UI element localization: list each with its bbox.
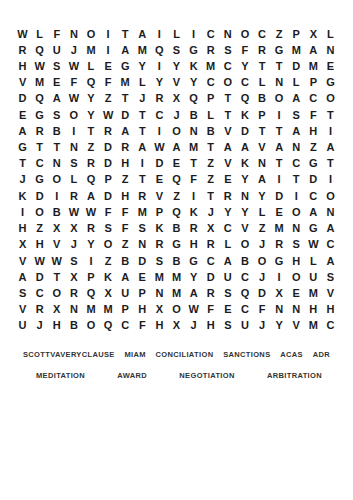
grid-cell[interactable]: M (100, 302, 117, 318)
grid-cell[interactable]: G (14, 139, 31, 155)
grid-cell[interactable]: I (100, 26, 117, 42)
grid-cell[interactable]: S (14, 285, 31, 301)
grid-cell[interactable]: T (271, 58, 288, 74)
grid-cell[interactable]: D (134, 253, 151, 269)
grid-cell[interactable]: L (82, 58, 99, 74)
grid-cell[interactable]: Q (31, 91, 48, 107)
grid-cell[interactable]: F (185, 172, 202, 188)
grid-cell[interactable]: Q (82, 172, 99, 188)
grid-cell[interactable]: J (65, 237, 82, 253)
grid-cell[interactable]: S (65, 253, 82, 269)
grid-cell[interactable]: Q (82, 75, 99, 91)
grid-cell[interactable]: N (236, 188, 253, 204)
grid-cell[interactable]: M (185, 139, 202, 155)
grid-cell[interactable]: X (168, 318, 185, 334)
grid-cell[interactable]: Y (271, 318, 288, 334)
grid-cell[interactable]: A (322, 221, 339, 237)
grid-cell[interactable]: A (236, 139, 253, 155)
grid-cell[interactable]: A (168, 139, 185, 155)
grid-cell[interactable]: M (305, 58, 322, 74)
grid-cell[interactable]: J (202, 204, 219, 220)
grid-cell[interactable]: I (322, 172, 339, 188)
grid-cell[interactable]: T (202, 139, 219, 155)
grid-cell[interactable]: N (65, 302, 82, 318)
grid-cell[interactable]: N (151, 285, 168, 301)
grid-cell[interactable]: N (271, 302, 288, 318)
grid-cell[interactable]: Y (236, 172, 253, 188)
grid-cell[interactable]: Q (185, 91, 202, 107)
grid-cell[interactable]: E (134, 269, 151, 285)
grid-cell[interactable]: T (271, 156, 288, 172)
grid-cell[interactable]: E (168, 156, 185, 172)
grid-cell[interactable]: M (305, 318, 322, 334)
grid-cell[interactable]: L (253, 75, 270, 91)
grid-cell[interactable]: Z (202, 172, 219, 188)
grid-cell[interactable]: I (134, 156, 151, 172)
grid-cell[interactable]: Q (168, 204, 185, 220)
grid-cell[interactable]: T (117, 26, 134, 42)
grid-cell[interactable]: W (31, 253, 48, 269)
grid-cell[interactable]: T (253, 58, 270, 74)
grid-cell[interactable]: O (48, 172, 65, 188)
grid-cell[interactable]: P (134, 285, 151, 301)
grid-cell[interactable]: M (31, 75, 48, 91)
grid-cell[interactable]: H (322, 302, 339, 318)
grid-cell[interactable]: C (236, 269, 253, 285)
grid-cell[interactable]: J (253, 318, 270, 334)
grid-cell[interactable]: O (271, 91, 288, 107)
grid-cell[interactable]: N (134, 237, 151, 253)
grid-cell[interactable]: N (65, 139, 82, 155)
grid-cell[interactable]: L (219, 237, 236, 253)
grid-cell[interactable]: P (253, 107, 270, 123)
grid-cell[interactable]: H (14, 58, 31, 74)
grid-cell[interactable]: A (305, 204, 322, 220)
grid-cell[interactable]: J (168, 107, 185, 123)
grid-cell[interactable]: O (48, 285, 65, 301)
grid-cell[interactable]: I (100, 42, 117, 58)
grid-cell[interactable]: A (14, 269, 31, 285)
grid-cell[interactable]: S (151, 253, 168, 269)
grid-cell[interactable]: C (151, 107, 168, 123)
grid-cell[interactable]: T (202, 188, 219, 204)
grid-cell[interactable]: S (100, 221, 117, 237)
grid-cell[interactable]: N (219, 26, 236, 42)
grid-cell[interactable]: I (65, 123, 82, 139)
grid-cell[interactable]: K (185, 204, 202, 220)
grid-cell[interactable]: S (65, 156, 82, 172)
grid-cell[interactable]: Z (117, 237, 134, 253)
grid-cell[interactable]: L (134, 75, 151, 91)
grid-cell[interactable]: Z (100, 253, 117, 269)
grid-cell[interactable]: G (305, 156, 322, 172)
grid-cell[interactable]: I (14, 204, 31, 220)
grid-cell[interactable]: L (202, 107, 219, 123)
grid-cell[interactable]: A (288, 91, 305, 107)
grid-cell[interactable]: A (185, 285, 202, 301)
grid-cell[interactable]: L (288, 75, 305, 91)
grid-cell[interactable]: K (14, 188, 31, 204)
grid-cell[interactable]: O (288, 269, 305, 285)
grid-cell[interactable]: D (202, 269, 219, 285)
grid-cell[interactable]: A (82, 188, 99, 204)
grid-cell[interactable]: Y (168, 58, 185, 74)
grid-cell[interactable]: R (134, 188, 151, 204)
grid-cell[interactable]: A (117, 269, 134, 285)
grid-cell[interactable]: S (134, 221, 151, 237)
grid-cell[interactable]: H (202, 318, 219, 334)
grid-cell[interactable]: S (219, 42, 236, 58)
grid-cell[interactable]: H (14, 221, 31, 237)
grid-cell[interactable]: B (253, 91, 270, 107)
grid-cell[interactable]: K (185, 58, 202, 74)
grid-cell[interactable]: Z (253, 221, 270, 237)
grid-cell[interactable]: K (151, 221, 168, 237)
grid-cell[interactable]: T (253, 123, 270, 139)
grid-cell[interactable]: Y (253, 188, 270, 204)
grid-cell[interactable]: F (202, 302, 219, 318)
grid-cell[interactable]: C (117, 318, 134, 334)
grid-cell[interactable]: I (151, 123, 168, 139)
grid-cell[interactable]: B (48, 123, 65, 139)
grid-cell[interactable]: T (322, 156, 339, 172)
grid-cell[interactable]: E (219, 172, 236, 188)
grid-cell[interactable]: N (288, 221, 305, 237)
grid-cell[interactable]: L (65, 172, 82, 188)
grid-cell[interactable]: H (185, 237, 202, 253)
grid-cell[interactable]: R (31, 123, 48, 139)
grid-cell[interactable]: M (151, 269, 168, 285)
grid-cell[interactable]: J (65, 42, 82, 58)
grid-cell[interactable]: X (305, 26, 322, 42)
grid-cell[interactable]: G (185, 253, 202, 269)
grid-cell[interactable]: A (322, 253, 339, 269)
grid-cell[interactable]: E (288, 285, 305, 301)
grid-cell[interactable]: O (288, 204, 305, 220)
grid-cell[interactable]: R (202, 237, 219, 253)
grid-cell[interactable]: O (168, 302, 185, 318)
grid-cell[interactable]: M (134, 42, 151, 58)
grid-cell[interactable]: B (117, 253, 134, 269)
grid-cell[interactable]: I (151, 58, 168, 74)
grid-cell[interactable]: O (31, 204, 48, 220)
grid-cell[interactable]: C (202, 253, 219, 269)
grid-cell[interactable]: D (253, 285, 270, 301)
grid-cell[interactable]: N (253, 156, 270, 172)
grid-cell[interactable]: G (31, 172, 48, 188)
grid-cell[interactable]: W (31, 58, 48, 74)
grid-cell[interactable]: D (14, 91, 31, 107)
grid-cell[interactable]: C (219, 221, 236, 237)
grid-cell[interactable]: W (151, 139, 168, 155)
grid-cell[interactable]: T (288, 172, 305, 188)
grid-cell[interactable]: N (271, 75, 288, 91)
grid-cell[interactable]: T (14, 156, 31, 172)
grid-cell[interactable]: C (202, 75, 219, 91)
grid-cell[interactable]: E (48, 75, 65, 91)
grid-cell[interactable]: K (236, 156, 253, 172)
grid-cell[interactable]: X (65, 269, 82, 285)
grid-cell[interactable]: G (31, 107, 48, 123)
grid-cell[interactable]: A (134, 26, 151, 42)
grid-cell[interactable]: W (65, 204, 82, 220)
grid-cell[interactable]: P (117, 302, 134, 318)
grid-cell[interactable]: E (100, 58, 117, 74)
grid-cell[interactable]: Z (117, 172, 134, 188)
grid-cell[interactable]: G (271, 253, 288, 269)
grid-cell[interactable]: W (82, 204, 99, 220)
grid-cell[interactable]: S (322, 269, 339, 285)
grid-cell[interactable]: C (253, 26, 270, 42)
grid-cell[interactable]: V (219, 156, 236, 172)
grid-cell[interactable]: D (271, 188, 288, 204)
grid-cell[interactable]: Q (236, 285, 253, 301)
grid-cell[interactable]: J (134, 91, 151, 107)
grid-cell[interactable]: Z (100, 91, 117, 107)
grid-cell[interactable]: Y (219, 204, 236, 220)
grid-cell[interactable]: O (82, 26, 99, 42)
grid-cell[interactable]: W (185, 302, 202, 318)
grid-cell[interactable]: T (271, 123, 288, 139)
grid-cell[interactable]: S (48, 58, 65, 74)
grid-cell[interactable]: Y (82, 107, 99, 123)
grid-cell[interactable]: S (48, 107, 65, 123)
grid-cell[interactable]: T (48, 269, 65, 285)
grid-cell[interactable]: A (305, 42, 322, 58)
grid-cell[interactable]: I (271, 107, 288, 123)
grid-cell[interactable]: S (288, 107, 305, 123)
grid-cell[interactable]: T (219, 107, 236, 123)
grid-cell[interactable]: U (236, 318, 253, 334)
grid-cell[interactable]: O (82, 318, 99, 334)
grid-cell[interactable]: E (219, 302, 236, 318)
grid-cell[interactable]: D (236, 123, 253, 139)
grid-cell[interactable]: H (117, 156, 134, 172)
grid-cell[interactable]: B (65, 318, 82, 334)
grid-cell[interactable]: T (134, 123, 151, 139)
grid-cell[interactable]: Y (185, 75, 202, 91)
grid-cell[interactable]: F (65, 75, 82, 91)
grid-cell[interactable]: W (100, 107, 117, 123)
grid-cell[interactable]: V (322, 285, 339, 301)
grid-cell[interactable]: J (31, 318, 48, 334)
grid-cell[interactable]: L (253, 204, 270, 220)
grid-cell[interactable]: U (14, 318, 31, 334)
grid-cell[interactable]: S (288, 237, 305, 253)
grid-cell[interactable]: P (100, 172, 117, 188)
grid-cell[interactable]: J (14, 172, 31, 188)
grid-cell[interactable]: C (219, 58, 236, 74)
grid-cell[interactable]: L (322, 26, 339, 42)
grid-cell[interactable]: A (271, 139, 288, 155)
grid-cell[interactable]: A (288, 123, 305, 139)
grid-cell[interactable]: B (236, 253, 253, 269)
grid-cell[interactable]: C (202, 26, 219, 42)
grid-cell[interactable]: J (185, 318, 202, 334)
grid-cell[interactable]: Z (168, 188, 185, 204)
grid-cell[interactable]: T (185, 156, 202, 172)
grid-cell[interactable]: C (305, 91, 322, 107)
grid-cell[interactable]: N (288, 302, 305, 318)
grid-cell[interactable]: R (31, 302, 48, 318)
grid-cell[interactable]: A (14, 123, 31, 139)
grid-cell[interactable]: V (48, 237, 65, 253)
grid-cell[interactable]: I (48, 188, 65, 204)
grid-cell[interactable]: J (253, 237, 270, 253)
grid-cell[interactable]: A (253, 172, 270, 188)
grid-cell[interactable]: H (305, 123, 322, 139)
grid-cell[interactable]: H (117, 188, 134, 204)
grid-cell[interactable]: P (82, 269, 99, 285)
grid-cell[interactable]: U (117, 285, 134, 301)
grid-cell[interactable]: X (14, 237, 31, 253)
grid-cell[interactable]: Y (236, 58, 253, 74)
grid-cell[interactable]: I (271, 172, 288, 188)
grid-cell[interactable]: Z (271, 26, 288, 42)
grid-cell[interactable]: M (288, 42, 305, 58)
grid-cell[interactable]: L (168, 26, 185, 42)
grid-cell[interactable]: X (202, 221, 219, 237)
grid-cell[interactable]: O (100, 237, 117, 253)
grid-cell[interactable]: M (305, 285, 322, 301)
grid-cell[interactable]: T (219, 91, 236, 107)
grid-cell[interactable]: N (322, 42, 339, 58)
grid-cell[interactable]: W (65, 91, 82, 107)
grid-cell[interactable]: R (117, 139, 134, 155)
grid-cell[interactable]: C (322, 237, 339, 253)
grid-cell[interactable]: K (236, 107, 253, 123)
grid-cell[interactable]: G (168, 237, 185, 253)
grid-cell[interactable]: X (100, 285, 117, 301)
grid-cell[interactable]: Z (31, 221, 48, 237)
grid-cell[interactable]: A (322, 139, 339, 155)
grid-cell[interactable]: S (219, 318, 236, 334)
grid-cell[interactable]: C (322, 318, 339, 334)
grid-cell[interactable]: J (253, 269, 270, 285)
grid-cell[interactable]: N (48, 156, 65, 172)
grid-cell[interactable]: R (253, 42, 270, 58)
grid-cell[interactable]: G (185, 42, 202, 58)
grid-cell[interactable]: P (288, 26, 305, 42)
grid-cell[interactable]: R (151, 237, 168, 253)
grid-cell[interactable]: R (82, 221, 99, 237)
grid-cell[interactable]: S (168, 42, 185, 58)
grid-cell[interactable]: S (219, 285, 236, 301)
grid-cell[interactable]: H (288, 253, 305, 269)
grid-cell[interactable]: M (82, 302, 99, 318)
grid-cell[interactable]: V (14, 75, 31, 91)
grid-cell[interactable]: X (151, 302, 168, 318)
grid-cell[interactable]: C (236, 75, 253, 91)
grid-cell[interactable]: V (14, 253, 31, 269)
grid-cell[interactable]: B (202, 123, 219, 139)
grid-cell[interactable]: B (48, 204, 65, 220)
grid-cell[interactable]: P (202, 91, 219, 107)
grid-cell[interactable]: P (151, 204, 168, 220)
grid-cell[interactable]: A (134, 139, 151, 155)
grid-cell[interactable]: O (322, 188, 339, 204)
grid-cell[interactable]: M (202, 58, 219, 74)
grid-cell[interactable]: D (100, 156, 117, 172)
grid-cell[interactable]: O (168, 123, 185, 139)
grid-cell[interactable]: B (168, 221, 185, 237)
grid-cell[interactable]: M (271, 221, 288, 237)
grid-cell[interactable]: F (100, 75, 117, 91)
grid-cell[interactable]: M (82, 42, 99, 58)
grid-cell[interactable]: O (65, 107, 82, 123)
grid-cell[interactable]: I (271, 269, 288, 285)
grid-cell[interactable]: C (305, 188, 322, 204)
grid-cell[interactable]: A (117, 123, 134, 139)
grid-cell[interactable]: X (48, 221, 65, 237)
grid-cell[interactable]: R (100, 123, 117, 139)
grid-cell[interactable]: Z (202, 156, 219, 172)
grid-cell[interactable]: Y (82, 91, 99, 107)
grid-cell[interactable]: Y (134, 58, 151, 74)
grid-cell[interactable]: D (31, 269, 48, 285)
grid-cell[interactable]: M (168, 269, 185, 285)
grid-cell[interactable]: E (151, 172, 168, 188)
grid-cell[interactable]: M (134, 204, 151, 220)
grid-cell[interactable]: C (31, 285, 48, 301)
grid-cell[interactable]: H (48, 318, 65, 334)
grid-cell[interactable]: X (271, 285, 288, 301)
grid-cell[interactable]: D (151, 156, 168, 172)
grid-cell[interactable]: R (65, 188, 82, 204)
grid-cell[interactable]: T (82, 123, 99, 139)
grid-cell[interactable]: I (288, 188, 305, 204)
grid-cell[interactable]: N (288, 139, 305, 155)
grid-cell[interactable]: G (271, 42, 288, 58)
grid-cell[interactable]: I (322, 123, 339, 139)
grid-cell[interactable]: B (185, 107, 202, 123)
grid-cell[interactable]: Q (82, 285, 99, 301)
grid-cell[interactable]: Y (151, 75, 168, 91)
grid-cell[interactable]: O (219, 75, 236, 91)
grid-cell[interactable]: A (219, 139, 236, 155)
grid-cell[interactable]: X (65, 221, 82, 237)
grid-cell[interactable]: M (117, 75, 134, 91)
grid-cell[interactable]: B (168, 253, 185, 269)
grid-cell[interactable]: T (322, 107, 339, 123)
grid-cell[interactable]: Q (151, 42, 168, 58)
grid-cell[interactable]: Q (168, 172, 185, 188)
grid-cell[interactable]: L (31, 26, 48, 42)
grid-cell[interactable]: W (65, 58, 82, 74)
grid-cell[interactable]: E (14, 107, 31, 123)
grid-cell[interactable]: V (236, 221, 253, 237)
grid-cell[interactable]: R (219, 188, 236, 204)
grid-cell[interactable]: F (305, 107, 322, 123)
grid-cell[interactable]: R (65, 285, 82, 301)
grid-cell[interactable]: F (117, 221, 134, 237)
grid-cell[interactable]: V (168, 75, 185, 91)
grid-cell[interactable]: N (322, 204, 339, 220)
grid-cell[interactable]: A (219, 253, 236, 269)
grid-cell[interactable]: G (322, 75, 339, 91)
grid-cell[interactable]: F (134, 318, 151, 334)
grid-cell[interactable]: I (185, 26, 202, 42)
grid-cell[interactable]: W (14, 26, 31, 42)
grid-cell[interactable]: Z (82, 139, 99, 155)
grid-cell[interactable]: Q (236, 91, 253, 107)
grid-cell[interactable]: D (305, 172, 322, 188)
grid-cell[interactable]: F (48, 26, 65, 42)
grid-cell[interactable]: G (305, 221, 322, 237)
grid-cell[interactable]: V (151, 188, 168, 204)
grid-cell[interactable]: F (253, 302, 270, 318)
grid-cell[interactable]: I (185, 188, 202, 204)
